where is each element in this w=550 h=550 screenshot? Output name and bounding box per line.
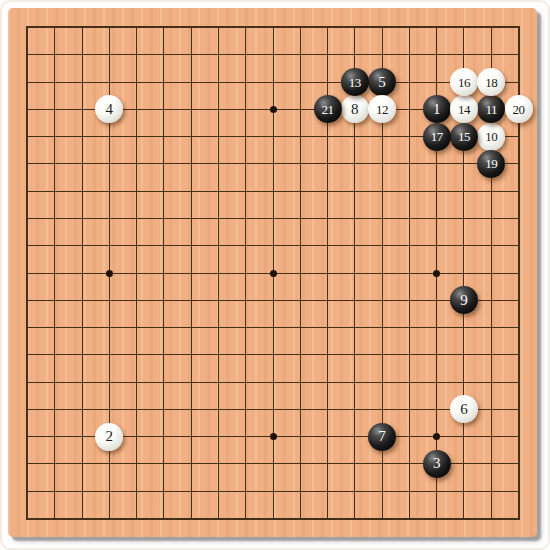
stone-8-white-N16[interactable]: 8 [341,95,369,123]
go-board-surface[interactable]: 123456789101112131415161718192021 [8,8,537,537]
move-number: 6 [460,401,468,416]
move-number: 5 [378,74,386,89]
move-number: 1 [433,101,441,116]
stone-3-black-Q3[interactable]: 3 [423,450,451,478]
move-number: 15 [458,130,470,143]
stone-17-black-Q15[interactable]: 17 [423,123,451,151]
move-number: 13 [349,75,361,88]
move-number: 4 [106,101,114,116]
move-number: 9 [460,292,468,307]
go-diagram: 123456789101112131415161718192021 [0,0,550,550]
stone-20-white-T16[interactable]: 20 [505,95,533,123]
stone-10-white-S15[interactable]: 10 [477,123,505,151]
star-point [270,270,277,277]
star-point [270,106,277,113]
star-point [270,433,277,440]
move-number: 12 [376,102,388,115]
move-number: 11 [485,102,497,115]
move-number: 3 [433,456,441,471]
stone-16-white-R17[interactable]: 16 [450,68,478,96]
move-number: 10 [485,130,497,143]
stone-15-black-R15[interactable]: 15 [450,123,478,151]
move-number: 19 [485,157,497,170]
stone-7-black-O4[interactable]: 7 [368,423,396,451]
star-point [106,270,113,277]
move-number: 14 [458,102,470,115]
move-number: 2 [106,429,114,444]
stone-19-black-S14[interactable]: 19 [477,150,505,178]
move-number: 20 [513,102,525,115]
star-point [433,270,440,277]
move-number: 8 [351,101,359,116]
move-number: 21 [322,102,334,115]
stone-2-white-D4[interactable]: 2 [95,423,123,451]
stone-5-black-O17[interactable]: 5 [368,68,396,96]
stone-1-black-Q16[interactable]: 1 [423,95,451,123]
move-number: 18 [485,75,497,88]
stone-13-black-N17[interactable]: 13 [341,68,369,96]
move-number: 16 [458,75,470,88]
move-number: 17 [431,130,443,143]
stone-21-black-M16[interactable]: 21 [314,95,342,123]
move-number: 7 [378,429,386,444]
